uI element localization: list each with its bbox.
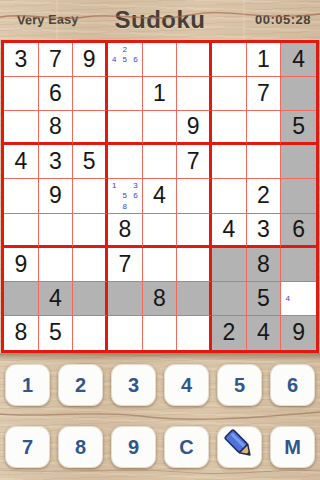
- given-digit: 3: [49, 150, 62, 173]
- cell-r2c2[interactable]: 6: [39, 77, 74, 111]
- cell-r6c4[interactable]: 8: [108, 214, 143, 248]
- timer: 00:05:28: [255, 12, 311, 27]
- cell-r6c9[interactable]: 6: [281, 214, 316, 248]
- cell-r3c5[interactable]: [143, 111, 178, 145]
- cell-r2c5[interactable]: 1: [143, 77, 178, 111]
- cell-r9c2[interactable]: 5: [39, 316, 74, 350]
- given-digit: 5: [257, 287, 270, 310]
- top-bar: Very Easy Sudoku 00:05:28: [0, 0, 320, 40]
- cell-r1c5[interactable]: [143, 43, 178, 77]
- pencil-icon: [220, 425, 260, 470]
- cell-r4c2[interactable]: 3: [39, 145, 74, 179]
- cell-r2c1[interactable]: [4, 77, 39, 111]
- cell-r8c2[interactable]: 4: [39, 282, 74, 316]
- cell-r8c3[interactable]: [73, 282, 108, 316]
- key-4[interactable]: 4: [164, 364, 209, 406]
- cell-r4c9[interactable]: [281, 145, 316, 179]
- given-digit: 6: [292, 218, 305, 241]
- cell-r9c6[interactable]: [177, 316, 212, 350]
- pencil-button[interactable]: [217, 426, 262, 468]
- given-digit: 8: [153, 287, 166, 310]
- given-digit: 4: [49, 287, 62, 310]
- keypad-row-1: 1 2 3 4 5 6: [0, 364, 320, 406]
- sudoku-board[interactable]: 3792456146178954357913568428436978485485…: [1, 40, 319, 353]
- given-digit: 8: [14, 321, 27, 344]
- cell-r5c7[interactable]: [212, 179, 247, 213]
- cell-r1c1[interactable]: 3: [4, 43, 39, 77]
- cell-r4c5[interactable]: [143, 145, 178, 179]
- cell-r1c8[interactable]: 1: [247, 43, 282, 77]
- cell-r5c9[interactable]: [281, 179, 316, 213]
- cell-r8c6[interactable]: [177, 282, 212, 316]
- cell-r3c2[interactable]: 8: [39, 111, 74, 145]
- given-digit: 7: [49, 48, 62, 71]
- cell-r9c8[interactable]: 4: [247, 316, 282, 350]
- cell-r9c1[interactable]: 8: [4, 316, 39, 350]
- given-digit: 9: [292, 321, 305, 344]
- cell-r6c1[interactable]: [4, 214, 39, 248]
- key-6[interactable]: 6: [270, 364, 315, 406]
- cell-r4c3[interactable]: 5: [73, 145, 108, 179]
- given-digit: 7: [257, 82, 270, 105]
- cell-r4c7[interactable]: [212, 145, 247, 179]
- cell-r2c6[interactable]: [177, 77, 212, 111]
- cell-r1c6[interactable]: [177, 43, 212, 77]
- board-shadow: [0, 353, 320, 361]
- cell-r7c2[interactable]: [39, 248, 74, 282]
- cell-r5c1[interactable]: [4, 179, 39, 213]
- keypad-row-2: 7 8 9 C M: [0, 426, 320, 468]
- cell-r9c5[interactable]: [143, 316, 178, 350]
- cell-r2c8[interactable]: 7: [247, 77, 282, 111]
- pencil-marks: 13568: [109, 180, 141, 211]
- key-clear[interactable]: C: [164, 426, 209, 468]
- given-digit: 3: [14, 48, 27, 71]
- cell-r5c6[interactable]: [177, 179, 212, 213]
- cell-r4c8[interactable]: [247, 145, 282, 179]
- cell-r8c1[interactable]: [4, 282, 39, 316]
- given-digit: 8: [49, 115, 62, 138]
- cell-r5c2[interactable]: 9: [39, 179, 74, 213]
- given-digit: 5: [292, 115, 305, 138]
- cell-r5c4[interactable]: 13568: [108, 179, 143, 213]
- key-2[interactable]: 2: [58, 364, 103, 406]
- given-digit: 9: [83, 48, 96, 71]
- cell-r1c2[interactable]: 7: [39, 43, 74, 77]
- cell-r3c1[interactable]: [4, 111, 39, 145]
- cell-r8c8[interactable]: 5: [247, 282, 282, 316]
- cell-r1c3[interactable]: 9: [73, 43, 108, 77]
- given-digit: 4: [14, 150, 27, 173]
- given-digit: 2: [257, 184, 270, 207]
- cell-r9c3[interactable]: [73, 316, 108, 350]
- cell-r9c9[interactable]: 9: [281, 316, 316, 350]
- given-digit: 3: [257, 218, 270, 241]
- cell-r2c3[interactable]: [73, 77, 108, 111]
- cell-r7c4[interactable]: 7: [108, 248, 143, 282]
- cell-r8c9[interactable]: 4: [281, 282, 316, 316]
- cell-r6c2[interactable]: [39, 214, 74, 248]
- given-digit: 6: [49, 82, 62, 105]
- cell-r8c5[interactable]: 8: [143, 282, 178, 316]
- given-digit: 1: [153, 82, 166, 105]
- key-memory[interactable]: M: [270, 426, 315, 468]
- cell-r2c9[interactable]: [281, 77, 316, 111]
- cell-r7c5[interactable]: [143, 248, 178, 282]
- cell-r1c9[interactable]: 4: [281, 43, 316, 77]
- cell-r8c7[interactable]: [212, 282, 247, 316]
- cell-r6c8[interactable]: 3: [247, 214, 282, 248]
- given-digit: 9: [14, 253, 27, 276]
- cell-r1c4[interactable]: 2456: [108, 43, 143, 77]
- cell-r7c7[interactable]: [212, 248, 247, 282]
- pencil-marks: 4: [282, 283, 315, 314]
- cell-r4c1[interactable]: 4: [4, 145, 39, 179]
- cell-r4c6[interactable]: 7: [177, 145, 212, 179]
- cell-r7c3[interactable]: [73, 248, 108, 282]
- cell-r7c1[interactable]: 9: [4, 248, 39, 282]
- given-digit: 5: [83, 150, 96, 173]
- key-7[interactable]: 7: [5, 426, 50, 468]
- given-digit: 1: [257, 48, 270, 71]
- given-digit: 7: [187, 150, 200, 173]
- cell-r6c3[interactable]: [73, 214, 108, 248]
- given-digit: 4: [222, 218, 235, 241]
- cell-r3c9[interactable]: 5: [281, 111, 316, 145]
- cell-r7c8[interactable]: 8: [247, 248, 282, 282]
- given-digit: 8: [257, 253, 270, 276]
- cell-r5c5[interactable]: 4: [143, 179, 178, 213]
- cell-r9c7[interactable]: 2: [212, 316, 247, 350]
- given-digit: 8: [118, 218, 131, 241]
- key-5[interactable]: 5: [217, 364, 262, 406]
- given-digit: 4: [292, 48, 305, 71]
- given-digit: 9: [49, 184, 62, 207]
- cell-r2c4[interactable]: [108, 77, 143, 111]
- given-digit: 4: [257, 321, 270, 344]
- cell-r3c4[interactable]: [108, 111, 143, 145]
- cell-r8c4[interactable]: [108, 282, 143, 316]
- given-digit: 5: [49, 321, 62, 344]
- cell-r3c3[interactable]: [73, 111, 108, 145]
- cell-r9c4[interactable]: [108, 316, 143, 350]
- cell-r1c7[interactable]: [212, 43, 247, 77]
- cell-r3c8[interactable]: [247, 111, 282, 145]
- cell-r6c6[interactable]: [177, 214, 212, 248]
- cell-r5c3[interactable]: [73, 179, 108, 213]
- cell-r7c9[interactable]: [281, 248, 316, 282]
- given-digit: 4: [153, 184, 166, 207]
- key-3[interactable]: 3: [111, 364, 156, 406]
- cell-r4c4[interactable]: [108, 145, 143, 179]
- given-digit: 7: [118, 253, 131, 276]
- cell-r6c5[interactable]: [143, 214, 178, 248]
- cell-r6c7[interactable]: 4: [212, 214, 247, 248]
- pencil-marks: 2456: [109, 44, 141, 75]
- key-9[interactable]: 9: [111, 426, 156, 468]
- given-digit: 2: [222, 321, 235, 344]
- key-8[interactable]: 8: [58, 426, 103, 468]
- cell-r7c6[interactable]: [177, 248, 212, 282]
- given-digit: 9: [187, 115, 200, 138]
- cell-r5c8[interactable]: 2: [247, 179, 282, 213]
- cell-r3c6[interactable]: 9: [177, 111, 212, 145]
- cell-r2c7[interactable]: [212, 77, 247, 111]
- cell-r3c7[interactable]: [212, 111, 247, 145]
- key-1[interactable]: 1: [5, 364, 50, 406]
